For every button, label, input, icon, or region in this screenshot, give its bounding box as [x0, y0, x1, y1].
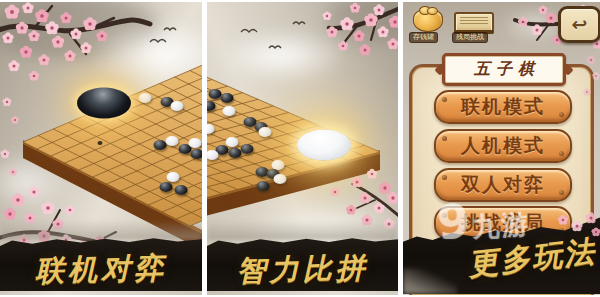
- black-stone: [241, 144, 254, 154]
- white-stone: [171, 101, 184, 111]
- game-title: 五子棋: [468, 59, 540, 80]
- paper-texture: [403, 268, 457, 294]
- ink-wash-band: [207, 220, 398, 240]
- caption-banner: 智力比拼: [207, 236, 398, 291]
- site-watermark: 9九游: [435, 189, 532, 250]
- black-stone: [160, 182, 173, 192]
- white-stone: [259, 127, 272, 137]
- back-button[interactable]: ↩: [558, 6, 600, 43]
- white-stone: [189, 138, 202, 148]
- piggy-bank-icon[interactable]: [413, 9, 443, 32]
- caption-text: 智力比拼: [207, 248, 398, 293]
- white-stone: [166, 136, 179, 146]
- endgame-scroll-icon[interactable]: [454, 12, 494, 34]
- white-stone: [139, 93, 152, 103]
- vs-ai-mode-button[interactable]: 人机模式: [434, 129, 572, 163]
- vs-ai-mode-label: 人机模式: [461, 133, 545, 159]
- star-point: [98, 141, 103, 145]
- black-stone: [175, 185, 188, 195]
- white-stone: [223, 106, 236, 116]
- black-stone: [221, 93, 234, 103]
- title-plaque: 五子棋: [442, 53, 566, 86]
- gomoku-store-screenshots: 联机对弈: [0, 0, 600, 297]
- white-stone: [226, 137, 239, 147]
- back-arrow-icon: ↩: [572, 15, 588, 34]
- caption-text: 联机对弈: [0, 247, 202, 292]
- highlight-white-stone: [297, 130, 351, 161]
- white-stone: [274, 174, 287, 184]
- white-stone: [167, 172, 180, 182]
- highlight-black-stone: [77, 88, 131, 119]
- endgame-scroll-label[interactable]: 残局挑战: [452, 32, 488, 43]
- black-stone: [257, 181, 270, 191]
- online-mode-label: 联机模式: [461, 94, 545, 120]
- screenshot-brain-battle: 智力比拼: [207, 2, 398, 295]
- screenshot-main-menu: 存钱罐 残局挑战 ↩ 五子棋 联机模式 人机模式 双人对弈 挑战残局 更多玩法 …: [403, 2, 600, 295]
- screenshot-online-play: 联机对弈: [0, 2, 202, 295]
- caption-banner: 联机对弈: [0, 236, 202, 291]
- piggy-bank-label[interactable]: 存钱罐: [409, 32, 438, 43]
- ink-wash-band: [0, 220, 202, 240]
- black-stone: [191, 149, 203, 159]
- online-mode-button[interactable]: 联机模式: [434, 90, 572, 124]
